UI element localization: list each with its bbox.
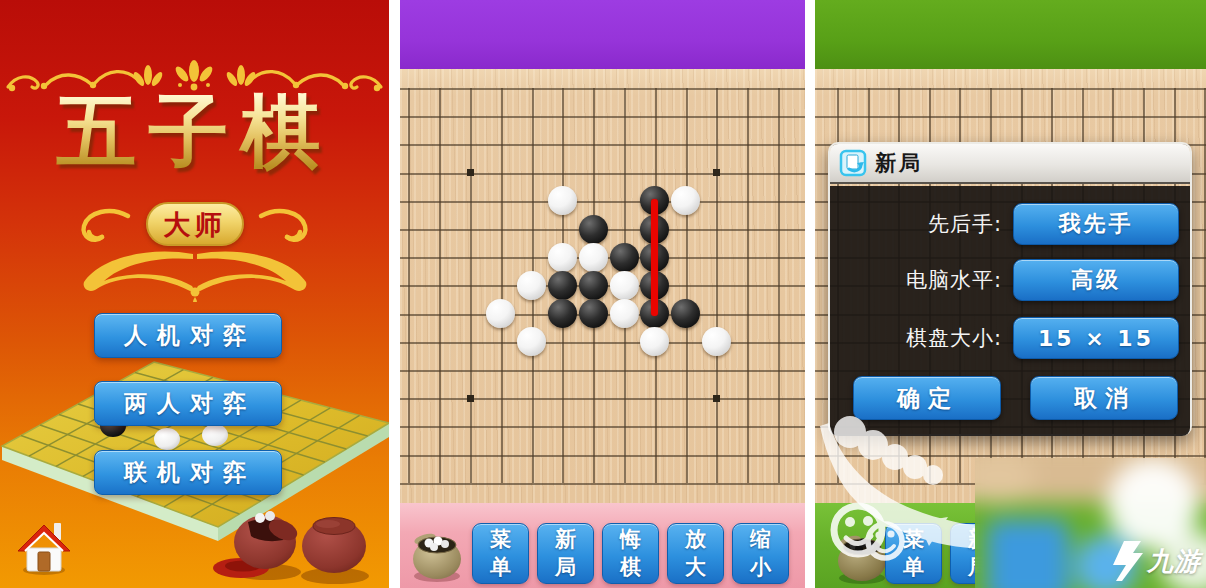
star-point <box>713 395 720 402</box>
game-screen-panel: 菜单 新局 悔棋 放大 缩小 <box>400 0 805 588</box>
9game-logo: 九游 <box>1107 538 1206 584</box>
board-grid-line <box>400 370 805 372</box>
menu-button-2[interactable]: 菜单 <box>885 523 942 584</box>
win-line <box>651 199 658 316</box>
master-badge: 大师 <box>146 202 244 246</box>
ai-level-select[interactable]: 高级 <box>1013 259 1179 301</box>
confirm-button[interactable]: 确定 <box>853 376 1001 420</box>
board-grid-line <box>778 88 780 483</box>
stone-white <box>548 186 577 215</box>
triple-screenshot-stage: 五子棋 大师 <box>0 0 1206 588</box>
stone-white <box>640 327 669 356</box>
board-grid-line <box>716 88 718 483</box>
stone-white <box>610 271 639 300</box>
new-game-dialog: 新局 先后手: 我先手 电脑水平: 高级 棋盘大小: 15 × 15 确定 取消 <box>828 142 1192 436</box>
play-vs-computer-button[interactable]: 人机对弈 <box>94 313 282 358</box>
stone-white <box>671 186 700 215</box>
white-stone-bowl <box>410 530 464 582</box>
status-bar-green <box>815 0 1206 69</box>
dialog-screen-panel: 菜单 新局 新局 先后手: 我先手 电脑水平: 高级 棋盘大小: 15 × 15 <box>815 0 1206 588</box>
stone-black <box>548 299 577 328</box>
stone-white <box>610 299 639 328</box>
decor-stone-white <box>154 428 180 450</box>
app-title: 五子棋 <box>0 90 389 174</box>
stone-white <box>517 327 546 356</box>
new-game-button[interactable]: 新局 <box>537 523 594 584</box>
black-stone-bowl <box>835 532 889 584</box>
board-grid-line <box>400 426 805 428</box>
badge-wrap: 大师 <box>0 202 389 248</box>
board-grid-line <box>815 116 1206 118</box>
undo-button[interactable]: 悔棋 <box>602 523 659 584</box>
zoom-out-button[interactable]: 缩小 <box>732 523 789 584</box>
first-move-select[interactable]: 我先手 <box>1013 203 1179 245</box>
home-icon[interactable] <box>16 514 72 576</box>
decor-stone-white <box>202 424 228 446</box>
9game-logo-icon <box>1107 539 1143 583</box>
board-size-label: 棋盘大小: <box>830 317 1002 359</box>
dialog-title-bar[interactable]: 新局 <box>830 144 1190 184</box>
board-grid-line <box>400 116 805 118</box>
menu-screen-panel: 五子棋 大师 <box>0 0 389 588</box>
board-grid-line <box>400 144 805 146</box>
ai-level-label: 电脑水平: <box>830 259 1002 301</box>
stone-white <box>702 327 731 356</box>
new-game-dialog-icon <box>839 149 867 177</box>
stone-bowls <box>203 496 383 586</box>
stone-black <box>579 299 608 328</box>
zoom-in-button[interactable]: 放大 <box>667 523 724 584</box>
board-grid-line <box>470 88 472 483</box>
stone-white <box>486 299 515 328</box>
board-size-select[interactable]: 15 × 15 <box>1013 317 1179 359</box>
cancel-button[interactable]: 取消 <box>1030 376 1178 420</box>
gomoku-board[interactable] <box>400 69 805 503</box>
gold-ornament-band <box>0 56 389 98</box>
status-bar-purple <box>400 0 805 69</box>
board-grid-line <box>400 455 805 457</box>
stone-black <box>671 299 700 328</box>
menu-button[interactable]: 菜单 <box>472 523 529 584</box>
board-grid-line <box>501 88 503 483</box>
9game-logo-text: 九游 <box>1147 544 1201 579</box>
board-grid-line <box>408 88 410 483</box>
badge-scroll-left-icon <box>72 204 136 248</box>
board-grid-line <box>747 88 749 483</box>
stone-white <box>517 271 546 300</box>
star-point <box>713 169 720 176</box>
board-grid-line <box>400 483 805 485</box>
stone-white <box>548 243 577 272</box>
star-point <box>467 395 474 402</box>
first-move-label: 先后手: <box>830 203 1002 245</box>
board-grid-line <box>400 88 805 90</box>
gold-flourish <box>70 246 320 302</box>
dialog-body: 先后手: 我先手 电脑水平: 高级 棋盘大小: 15 × 15 确定 取消 <box>830 186 1190 436</box>
stone-black <box>579 271 608 300</box>
star-point <box>467 169 474 176</box>
two-player-button[interactable]: 两人对弈 <box>94 381 282 426</box>
board-grid-line <box>400 342 805 344</box>
stone-black <box>579 215 608 244</box>
board-grid-line <box>815 455 1206 457</box>
board-grid-line <box>400 173 805 175</box>
badge-scroll-right-icon <box>253 204 317 248</box>
board-grid-line <box>400 201 805 203</box>
stone-white <box>579 243 608 272</box>
board-grid-line <box>686 88 688 483</box>
stone-black <box>548 271 577 300</box>
board-grid-line <box>400 398 805 400</box>
stone-black <box>610 243 639 272</box>
board-grid-line <box>439 88 441 483</box>
board-grid-line <box>815 88 1206 90</box>
online-play-button[interactable]: 联机对弈 <box>94 450 282 495</box>
dialog-title: 新局 <box>875 149 923 177</box>
